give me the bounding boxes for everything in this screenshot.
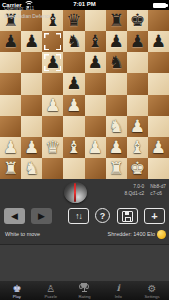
- trophy-icon: [79, 283, 89, 294]
- piece-black-pawn: ♟: [127, 31, 148, 52]
- piece-white-queen: ♛: [42, 137, 63, 158]
- piece-white-pawn: ♟: [63, 95, 84, 116]
- square-g2[interactable]: ♝: [127, 137, 148, 158]
- tab-settings[interactable]: ⚙Settings: [135, 281, 169, 300]
- question-mark-icon: ?: [100, 211, 106, 221]
- square-g3[interactable]: ♟: [127, 116, 148, 137]
- chess-board[interactable]: ♜♝♛♜♚♟♟♞♝♟♟♟♟♟♞♟♟♟♞♟♟♟♛♝♟♟♝♟♜♞♜♚: [0, 10, 169, 179]
- back-icon: ◀: [11, 208, 18, 224]
- square-g5[interactable]: [127, 73, 148, 94]
- piece-white-knight: ♞: [106, 116, 127, 137]
- piece-black-pawn: ♟: [42, 52, 63, 73]
- piece-black-queen: ♛: [63, 10, 84, 31]
- opening-name: Bogo-Indian Defence: [4, 12, 51, 20]
- square-f7[interactable]: ♟: [106, 31, 127, 52]
- piece-black-rook: ♜: [106, 10, 127, 31]
- opening-code: Opening: E11: [4, 4, 51, 12]
- square-a7[interactable]: ♟: [0, 31, 21, 52]
- square-d1[interactable]: [63, 158, 84, 179]
- square-h5[interactable]: [148, 73, 169, 94]
- empty-panel: [0, 244, 169, 281]
- square-b4[interactable]: [21, 95, 42, 116]
- gear-icon: ⚙: [148, 283, 157, 294]
- tab-label: Info: [115, 294, 122, 299]
- square-h3[interactable]: [148, 116, 169, 137]
- square-b6[interactable]: [21, 52, 42, 73]
- square-d6[interactable]: [63, 52, 84, 73]
- piece-black-pawn: ♟: [106, 31, 127, 52]
- square-c5[interactable]: [42, 73, 63, 94]
- piece-white-pawn: ♟: [21, 137, 42, 158]
- square-c2[interactable]: ♛: [42, 137, 63, 158]
- piece-white-pawn: ♟: [85, 137, 106, 158]
- piece-black-pawn: ♟: [148, 31, 169, 52]
- square-e1[interactable]: [85, 158, 106, 179]
- square-e5[interactable]: [85, 73, 106, 94]
- new-game-button[interactable]: +: [144, 208, 165, 224]
- tab-label: Rating: [78, 294, 90, 299]
- square-a1[interactable]: ♜: [0, 158, 21, 179]
- square-b3[interactable]: [21, 116, 42, 137]
- square-f2[interactable]: ♟: [106, 137, 127, 158]
- square-a5[interactable]: [0, 73, 21, 94]
- square-e2[interactable]: ♟: [85, 137, 106, 158]
- square-c3[interactable]: [42, 116, 63, 137]
- pawn-icon: ♙: [46, 283, 55, 294]
- square-f3[interactable]: ♞: [106, 116, 127, 137]
- info-icon: i: [117, 283, 120, 294]
- square-a4[interactable]: [0, 95, 21, 116]
- opening-info: Opening: E11 Bogo-Indian Defence: [4, 4, 51, 20]
- piece-white-rook: ♜: [106, 158, 127, 179]
- square-c7[interactable]: [42, 31, 63, 52]
- piece-black-pawn: ♟: [0, 31, 21, 52]
- status-line: White to move Shredder: 1400 Elo: [0, 227, 169, 244]
- square-h7[interactable]: ♟: [148, 31, 169, 52]
- square-a6[interactable]: [0, 52, 21, 73]
- square-d3[interactable]: [63, 116, 84, 137]
- move-list[interactable]: 7.0-0Nb8-d78.Qd1-c2c7-c6: [125, 184, 166, 197]
- tab-label: Settings: [145, 294, 160, 299]
- square-g1[interactable]: ♚: [127, 158, 148, 179]
- back-button[interactable]: ◀: [4, 208, 25, 224]
- square-c1[interactable]: [42, 158, 63, 179]
- square-f8[interactable]: ♜: [106, 10, 127, 31]
- tab-play[interactable]: ♚Play: [0, 281, 34, 300]
- move-white-1: 8.Qd1-c2: [125, 191, 145, 197]
- move-white-0: 7.0-0: [125, 184, 145, 190]
- piece-white-pawn: ♟: [42, 95, 63, 116]
- smiley-icon: [157, 230, 166, 239]
- tab-rating[interactable]: Rating: [68, 281, 102, 300]
- square-f1[interactable]: ♜: [106, 158, 127, 179]
- square-d4[interactable]: ♟: [63, 95, 84, 116]
- square-g7[interactable]: ♟: [127, 31, 148, 52]
- square-h8[interactable]: [148, 10, 169, 31]
- square-g6[interactable]: [127, 52, 148, 73]
- piece-black-bishop: ♝: [85, 31, 106, 52]
- square-c6[interactable]: ♟: [42, 52, 63, 73]
- tab-bar: ♚Play♙PuzzleRatingiInfo⚙Settings: [0, 281, 169, 300]
- piece-black-pawn: ♟: [21, 31, 42, 52]
- piece-white-knight: ♞: [21, 158, 42, 179]
- forward-button[interactable]: ▶: [31, 208, 52, 224]
- piece-white-rook: ♜: [0, 158, 21, 179]
- square-a2[interactable]: ♟: [0, 137, 21, 158]
- square-b7[interactable]: ♟: [21, 31, 42, 52]
- move-black-1: c7-c6: [150, 191, 166, 197]
- hint-button[interactable]: ?: [95, 208, 110, 223]
- piece-black-knight: ♞: [63, 31, 84, 52]
- shredder-sphere-logo: [64, 182, 87, 203]
- square-e3[interactable]: [85, 116, 106, 137]
- save-button[interactable]: [117, 208, 138, 224]
- king-icon: ♚: [12, 283, 21, 294]
- battery-icon: [153, 3, 166, 9]
- square-d2[interactable]: ♝: [63, 137, 84, 158]
- square-h4[interactable]: [148, 95, 169, 116]
- piece-white-pawn: ♟: [0, 137, 21, 158]
- square-e4[interactable]: [85, 95, 106, 116]
- up-down-arrows-icon: ↑↓: [75, 211, 82, 221]
- square-c4[interactable]: ♟: [42, 95, 63, 116]
- piece-white-king: ♚: [127, 158, 148, 179]
- square-h6[interactable]: [148, 52, 169, 73]
- square-g4[interactable]: [127, 95, 148, 116]
- square-g8[interactable]: ♚: [127, 10, 148, 31]
- piece-white-bishop: ♝: [127, 137, 148, 158]
- piece-white-pawn: ♟: [127, 116, 148, 137]
- tab-label: Puzzle: [44, 294, 57, 299]
- square-h1[interactable]: [148, 158, 169, 179]
- move-black-0: Nb8-d7: [150, 184, 166, 190]
- square-e6[interactable]: ♟: [85, 52, 106, 73]
- piece-white-pawn: ♟: [106, 137, 127, 158]
- app-window: Carrier 7:01 PM ♜♝♛♜♚♟♟♞♝♟♟♟♟♟♞♟♟♟♞♟♟♟♛♝…: [0, 0, 169, 300]
- square-h2[interactable]: ♟: [148, 137, 169, 158]
- toolbar: ◀ ▶ ↑↓ ? +: [0, 205, 169, 227]
- piece-black-king: ♚: [127, 10, 148, 31]
- square-f6[interactable]: ♞: [106, 52, 127, 73]
- square-e7[interactable]: ♝: [85, 31, 106, 52]
- square-d8[interactable]: ♛: [63, 10, 84, 31]
- plus-icon: +: [151, 209, 157, 223]
- tab-label: Play: [13, 294, 21, 299]
- square-b5[interactable]: [21, 73, 42, 94]
- engine-strength-label: Shredder: 1400 Elo: [108, 231, 155, 237]
- square-b2[interactable]: ♟: [21, 137, 42, 158]
- piece-white-pawn: ♟: [148, 137, 169, 158]
- piece-black-knight: ♞: [106, 52, 127, 73]
- piece-white-bishop: ♝: [63, 137, 84, 158]
- turn-indicator: White to move: [5, 231, 40, 237]
- square-a3[interactable]: [0, 116, 21, 137]
- piece-black-pawn: ♟: [63, 73, 84, 94]
- tab-info[interactable]: iInfo: [101, 281, 135, 300]
- square-b1[interactable]: ♞: [21, 158, 42, 179]
- square-f4[interactable]: [106, 95, 127, 116]
- save-icon: [122, 211, 133, 222]
- square-d5[interactable]: ♟: [63, 73, 84, 94]
- forward-icon: ▶: [38, 208, 45, 224]
- square-f5[interactable]: [106, 73, 127, 94]
- switch-sides-button[interactable]: ↑↓: [68, 208, 89, 224]
- piece-black-pawn: ♟: [85, 52, 106, 73]
- square-e8[interactable]: [85, 10, 106, 31]
- tab-puzzle[interactable]: ♙Puzzle: [34, 281, 68, 300]
- square-d7[interactable]: ♞: [63, 31, 84, 52]
